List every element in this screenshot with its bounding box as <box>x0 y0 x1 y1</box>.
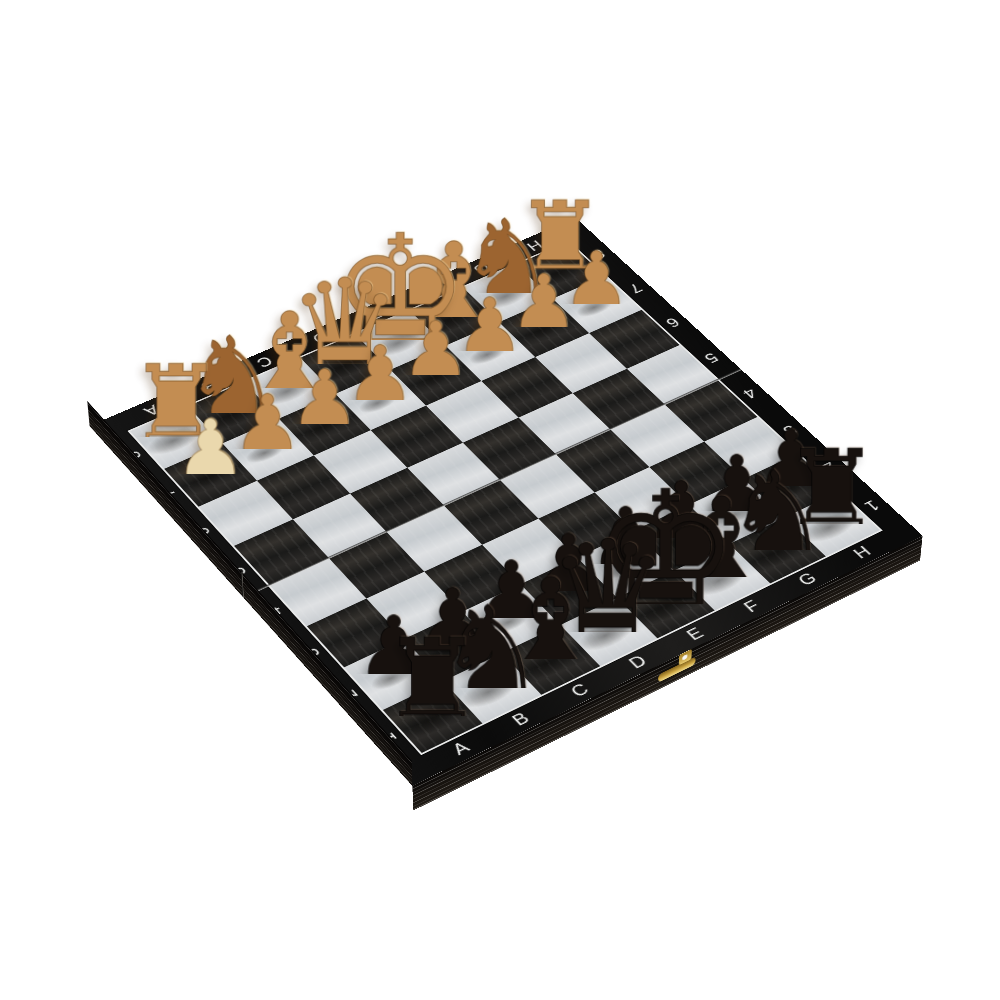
perspective-container: ABCDEFGH ABCDEFGH 87654321 87654321 ♜♞♝♛… <box>0 0 1000 1000</box>
piece-glyph: ♜ <box>381 624 484 739</box>
chess-board: ABCDEFGH ABCDEFGH 87654321 87654321 ♜♞♝♛… <box>90 217 923 785</box>
piece-black-R-a1: ♜ <box>352 602 512 717</box>
product-photo-scene: ABCDEFGH ABCDEFGH 87654321 87654321 ♜♞♝♛… <box>0 0 1000 1000</box>
clasp-screw-hole <box>682 654 687 661</box>
